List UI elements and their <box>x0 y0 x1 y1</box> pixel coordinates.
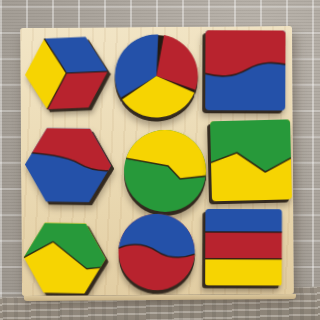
hexagon-shape <box>23 125 114 205</box>
hexagon-shape <box>22 220 109 297</box>
segment-blue <box>201 209 286 232</box>
puzzle-piece-circle-wave[interactable] <box>112 205 203 295</box>
circle-shape <box>114 33 199 118</box>
puzzle-piece-circle-pie[interactable] <box>111 27 202 117</box>
circle-shape <box>116 212 196 292</box>
segment-yellow <box>201 259 286 286</box>
puzzle-piece-square-zigzag[interactable] <box>202 115 293 205</box>
puzzle-piece-square-stripes[interactable] <box>203 205 294 295</box>
puzzle-piece-hexagon-zigzag[interactable] <box>21 206 112 296</box>
hexagon-shape <box>22 34 112 113</box>
square-shape <box>203 28 287 112</box>
square-shape <box>203 207 284 288</box>
square-shape <box>208 117 294 203</box>
puzzle-piece-hexagon-wave[interactable] <box>21 117 112 207</box>
puzzle-piece-square-wave[interactable] <box>201 26 292 116</box>
photo-scene <box>0 0 320 320</box>
puzzle-piece-hexagon-cube[interactable] <box>20 27 111 117</box>
puzzle-piece-circle-zigzag[interactable] <box>111 116 202 206</box>
circle-shape <box>123 129 208 214</box>
puzzle-board <box>20 26 294 296</box>
segment-red <box>201 232 286 259</box>
